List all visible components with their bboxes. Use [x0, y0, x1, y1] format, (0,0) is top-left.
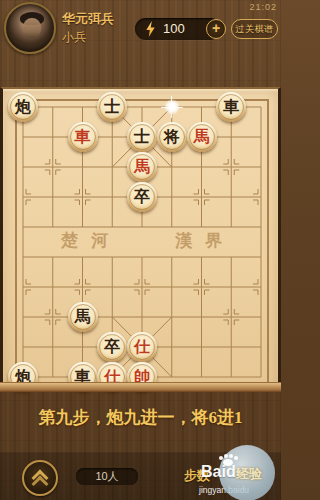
system-clock: 21:02 [249, 2, 277, 12]
piece-red-馬[interactable]: 馬 [127, 152, 157, 182]
add-energy-button[interactable]: + [206, 19, 226, 39]
energy-value: 100 [163, 18, 185, 40]
piece-black-卒[interactable]: 卒 [127, 182, 157, 212]
xiangqi-game-screen: { "game": "xiangqi", "position": { "fen"… [0, 0, 281, 500]
player-rank: 小兵 [62, 29, 86, 46]
piece-black-士[interactable]: 士 [127, 122, 157, 152]
xiangqi-board[interactable]: 楚河 漢界 炮士車車士将馬馬卒馬卒仕炮車仕帥 [0, 87, 281, 392]
move-annotation: 第九步，炮九进一，将6进1 [0, 403, 281, 433]
player-name: 华元弭兵 [62, 10, 114, 28]
bottom-bar: 10人 步数 jingyan.baidu Baidu 经验 [0, 452, 281, 500]
piece-black-炮[interactable]: 炮 [8, 92, 38, 122]
piece-red-馬[interactable]: 馬 [187, 122, 217, 152]
piece-black-車[interactable]: 車 [68, 362, 98, 392]
expand-menu-button[interactable] [22, 460, 58, 496]
piece-red-仕[interactable]: 仕 [127, 332, 157, 362]
piece-black-炮[interactable]: 炮 [8, 362, 38, 392]
online-players-count: 10人 [76, 468, 138, 485]
player-avatar[interactable] [4, 2, 56, 54]
river-label-left: 楚河 [61, 229, 121, 252]
river-label-right: 漢界 [175, 229, 235, 252]
stage-manual-button[interactable]: 过关棋谱 [231, 19, 278, 39]
piece-red-車[interactable]: 車 [68, 122, 98, 152]
piece-black-馬[interactable]: 馬 [68, 302, 98, 332]
piece-red-帥[interactable]: 帥 [127, 362, 157, 392]
paw-icon [219, 454, 237, 466]
watermark-badge: 经验 [236, 465, 262, 483]
piece-red-仕[interactable]: 仕 [97, 362, 127, 392]
piece-black-将[interactable]: 将 [157, 122, 187, 152]
lightning-icon [145, 21, 156, 37]
